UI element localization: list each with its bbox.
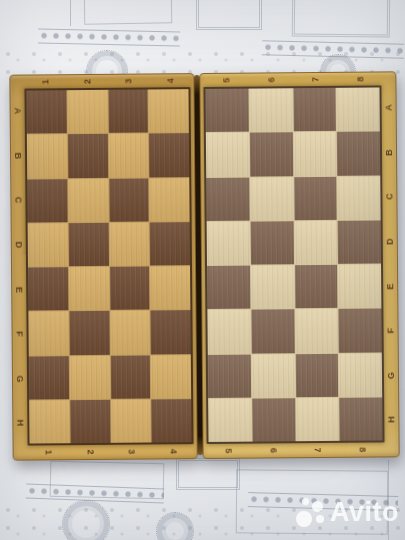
avito-logo-icon: [295, 494, 327, 530]
watermark-text: Avito: [330, 499, 399, 526]
avito-logo-dot: [302, 498, 309, 505]
avito-logo-dot: [296, 511, 312, 527]
avito-logo-dot: [316, 515, 324, 523]
avito-logo-dot: [312, 501, 323, 512]
photo-vignette: [0, 0, 405, 540]
avito-watermark: Avito: [295, 491, 399, 533]
